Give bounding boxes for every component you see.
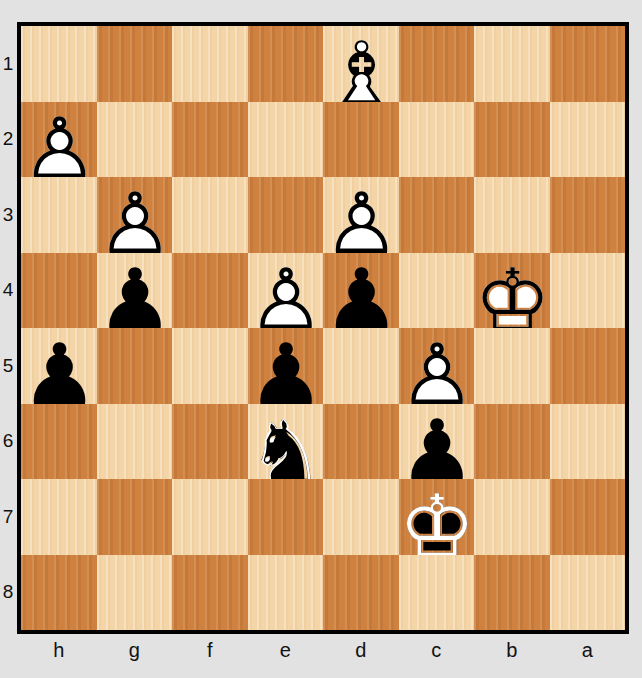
chess-diagram: ♝♗♟♙♟♙♟♙♟♟♙♟♚♔♟♟♟♙♞♘♟♚♔ 12345678 hgfedcb…: [0, 0, 642, 678]
square-h8[interactable]: [21, 555, 97, 631]
rank-label-1: 1: [0, 53, 16, 75]
square-f3[interactable]: [172, 177, 248, 253]
square-c3[interactable]: [399, 177, 475, 253]
file-label-g: g: [114, 638, 154, 662]
square-g8[interactable]: [97, 555, 173, 631]
square-c8[interactable]: [399, 555, 475, 631]
square-e3[interactable]: [248, 177, 324, 253]
square-g4[interactable]: ♟: [97, 253, 173, 329]
square-d7[interactable]: [323, 479, 399, 555]
file-label-a: a: [567, 638, 607, 662]
square-f1[interactable]: [172, 26, 248, 102]
square-h1[interactable]: [21, 26, 97, 102]
chess-board[interactable]: ♝♗♟♙♟♙♟♙♟♟♙♟♚♔♟♟♟♙♞♘♟♚♔: [17, 22, 629, 634]
square-a8[interactable]: [550, 555, 626, 631]
black-knight[interactable]: ♞♘: [248, 404, 325, 490]
square-c1[interactable]: [399, 26, 475, 102]
file-label-e: e: [265, 638, 305, 662]
rank-label-7: 7: [0, 506, 16, 528]
square-b6[interactable]: [474, 404, 550, 480]
square-e8[interactable]: [248, 555, 324, 631]
square-h7[interactable]: [21, 479, 97, 555]
square-b1[interactable]: [474, 26, 550, 102]
black-pawn[interactable]: ♟: [97, 253, 174, 339]
square-c5[interactable]: ♟♙: [399, 328, 475, 404]
square-c2[interactable]: [399, 102, 475, 178]
square-h4[interactable]: [21, 253, 97, 329]
rank-label-5: 5: [0, 355, 16, 377]
square-g6[interactable]: [97, 404, 173, 480]
square-f4[interactable]: [172, 253, 248, 329]
square-a3[interactable]: [550, 177, 626, 253]
rank-label-4: 4: [0, 279, 16, 301]
file-label-f: f: [190, 638, 230, 662]
black-pawn[interactable]: ♟: [21, 328, 98, 414]
rank-label-6: 6: [0, 430, 16, 452]
square-g1[interactable]: [97, 26, 173, 102]
square-e1[interactable]: [248, 26, 324, 102]
square-b4[interactable]: ♚♔: [474, 253, 550, 329]
black-king[interactable]: ♚♔: [399, 479, 476, 565]
square-e5[interactable]: ♟: [248, 328, 324, 404]
square-f2[interactable]: [172, 102, 248, 178]
square-b5[interactable]: [474, 328, 550, 404]
rank-label-8: 8: [0, 581, 16, 603]
square-d3[interactable]: ♟♙: [323, 177, 399, 253]
white-pawn[interactable]: ♟♙: [21, 102, 98, 188]
square-a5[interactable]: [550, 328, 626, 404]
square-g2[interactable]: [97, 102, 173, 178]
square-a7[interactable]: [550, 479, 626, 555]
square-a4[interactable]: [550, 253, 626, 329]
square-a6[interactable]: [550, 404, 626, 480]
square-f6[interactable]: [172, 404, 248, 480]
square-g5[interactable]: [97, 328, 173, 404]
square-b2[interactable]: [474, 102, 550, 178]
white-bishop[interactable]: ♝♗: [323, 26, 400, 112]
rank-label-2: 2: [0, 128, 16, 150]
square-b7[interactable]: [474, 479, 550, 555]
square-d2[interactable]: [323, 102, 399, 178]
square-d6[interactable]: [323, 404, 399, 480]
square-f7[interactable]: [172, 479, 248, 555]
square-b3[interactable]: [474, 177, 550, 253]
black-pawn[interactable]: ♟: [323, 253, 400, 339]
file-label-b: b: [492, 638, 532, 662]
square-a2[interactable]: [550, 102, 626, 178]
square-c4[interactable]: [399, 253, 475, 329]
square-d5[interactable]: [323, 328, 399, 404]
square-e6[interactable]: ♞♘: [248, 404, 324, 480]
square-b8[interactable]: [474, 555, 550, 631]
square-h5[interactable]: ♟: [21, 328, 97, 404]
rank-label-3: 3: [0, 204, 16, 226]
square-h6[interactable]: [21, 404, 97, 480]
square-e2[interactable]: [248, 102, 324, 178]
file-label-d: d: [341, 638, 381, 662]
square-e4[interactable]: ♟♙: [248, 253, 324, 329]
square-f8[interactable]: [172, 555, 248, 631]
file-label-h: h: [39, 638, 79, 662]
square-d1[interactable]: ♝♗: [323, 26, 399, 102]
square-h3[interactable]: [21, 177, 97, 253]
square-c7[interactable]: ♚♔: [399, 479, 475, 555]
square-h2[interactable]: ♟♙: [21, 102, 97, 178]
square-e7[interactable]: [248, 479, 324, 555]
square-a1[interactable]: [550, 26, 626, 102]
square-f5[interactable]: [172, 328, 248, 404]
square-d4[interactable]: ♟: [323, 253, 399, 329]
square-d8[interactable]: [323, 555, 399, 631]
square-g7[interactable]: [97, 479, 173, 555]
square-c6[interactable]: ♟: [399, 404, 475, 480]
square-g3[interactable]: ♟♙: [97, 177, 173, 253]
white-king[interactable]: ♚♔: [474, 253, 551, 339]
file-label-c: c: [416, 638, 456, 662]
